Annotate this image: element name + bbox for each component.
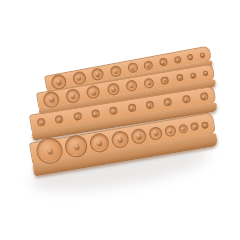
cylinder <box>190 72 197 79</box>
cylinder <box>175 74 183 82</box>
cylinder-knob <box>181 127 184 130</box>
cylinder-knob <box>153 131 158 136</box>
cylinder <box>143 60 153 70</box>
cylinder <box>203 70 209 76</box>
product-photo <box>0 0 240 240</box>
cylinder <box>182 95 191 104</box>
cylinder-knob <box>114 69 117 72</box>
cylinder <box>143 77 155 89</box>
cylinder <box>127 103 136 112</box>
cylinder-knob <box>204 72 207 75</box>
cylinder <box>73 112 82 121</box>
cylinder <box>199 52 205 58</box>
cylinder <box>160 75 169 84</box>
cylinder-knob <box>76 115 79 118</box>
cylinder <box>91 109 100 118</box>
cylinder <box>159 57 168 66</box>
cylinder <box>125 79 138 92</box>
cylinder-knob <box>166 100 169 103</box>
cylinder <box>91 67 105 81</box>
cylinder-knob <box>202 95 205 98</box>
cylinder-knob <box>169 129 172 132</box>
cylinder-knob <box>112 109 115 112</box>
cylinder-knob <box>111 86 116 91</box>
cylinder-knob <box>73 143 79 149</box>
cylinder-knob <box>178 76 181 79</box>
cylinder-knob <box>147 81 150 84</box>
cylinder-knob <box>162 60 165 63</box>
cylinder <box>109 64 122 77</box>
cylinder-knob <box>131 66 134 69</box>
cylinder-knob <box>47 148 53 154</box>
cylinder <box>201 121 209 129</box>
cylinder-knob <box>77 75 82 80</box>
cylinder-knob <box>130 106 133 109</box>
cylinder-knob <box>191 74 194 77</box>
cylinder-knob <box>148 103 151 106</box>
cylinder <box>190 122 199 131</box>
cylinder-knob <box>48 96 54 102</box>
cylinder-knob <box>96 140 102 146</box>
cylinder <box>173 55 181 63</box>
cylinder-knob <box>147 63 150 66</box>
cylinder-knob <box>58 118 61 121</box>
cylinder-knob <box>200 53 203 56</box>
cylinder <box>200 92 209 101</box>
cylinder-knob <box>188 55 191 58</box>
cylinder-knob <box>203 123 206 126</box>
cylinder <box>109 106 118 115</box>
cylinder <box>164 124 177 137</box>
cylinder-knob <box>91 90 96 95</box>
cylinder-knob <box>130 84 133 87</box>
cylinder <box>178 123 188 133</box>
cylinder-knob <box>163 78 166 81</box>
cylinder <box>130 127 147 144</box>
cylinder-knob <box>94 112 97 115</box>
cylinder <box>145 100 154 109</box>
cylinder-knob <box>136 133 142 139</box>
cylinder-knob <box>56 78 62 84</box>
cylinder-knob <box>71 93 76 98</box>
cylinder <box>37 118 46 127</box>
cylinder <box>86 85 101 100</box>
cylinder <box>187 54 194 61</box>
cylinder-knob <box>117 136 123 142</box>
cylinder <box>88 131 110 153</box>
cylinder <box>110 129 130 149</box>
cylinder-knob <box>96 72 101 77</box>
cylinder <box>163 98 172 107</box>
cylinder-knob <box>176 58 179 61</box>
cylinder-knob <box>193 125 196 128</box>
cylinder-knob <box>184 98 187 101</box>
cylinder <box>148 125 163 140</box>
cylinder <box>127 62 139 74</box>
cylinder <box>106 82 120 96</box>
cylinder-knob <box>40 120 43 123</box>
cylinder <box>55 115 64 124</box>
